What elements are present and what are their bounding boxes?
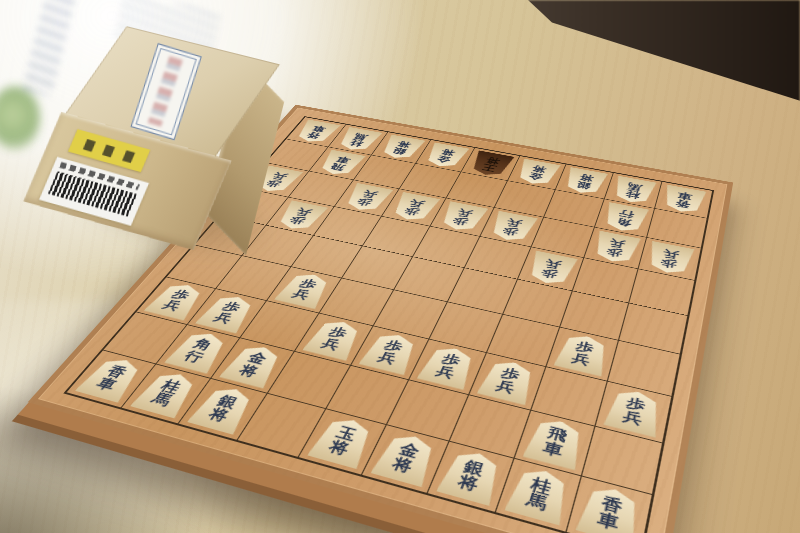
label-illegible-text	[148, 56, 183, 127]
shogi-piece-歩兵-5c[interactable]: 歩兵	[436, 201, 488, 233]
shogi-piece-歩兵-3g[interactable]: 歩兵	[477, 357, 539, 405]
shogi-piece-銀将-3i[interactable]: 銀将	[436, 447, 506, 506]
shogi-piece-歩兵-4g[interactable]: 歩兵	[416, 343, 478, 390]
shogi-piece-飛車-2h[interactable]: 飛車	[522, 415, 587, 470]
shogi-piece-桂馬-2i[interactable]: 桂馬	[504, 464, 573, 525]
photo-scene: 香車桂馬銀将金将王将金将銀将桂馬香車飛車角行歩兵歩兵歩兵歩兵歩兵歩兵歩兵歩兵歩兵…	[0, 0, 800, 533]
shogi-piece-歩兵-7c[interactable]: 歩兵	[341, 183, 393, 214]
shogi-piece-歩兵-3d[interactable]: 歩兵	[524, 250, 577, 287]
shogi-piece-玉将-5i[interactable]: 玉将	[307, 414, 378, 469]
piece-box-label	[130, 43, 201, 140]
shogi-piece-歩兵-5g[interactable]: 歩兵	[358, 330, 421, 375]
shogi-piece-歩兵-6c[interactable]: 歩兵	[388, 192, 440, 223]
shogi-piece-金将-4i[interactable]: 金将	[370, 430, 440, 487]
shogi-piece-歩兵-2f[interactable]: 歩兵	[553, 331, 611, 376]
shogi-piece-歩兵-1g[interactable]: 歩兵	[603, 386, 663, 438]
shogi-piece-香車-1i[interactable]: 香車	[576, 482, 644, 533]
barcode-bars	[48, 171, 138, 216]
